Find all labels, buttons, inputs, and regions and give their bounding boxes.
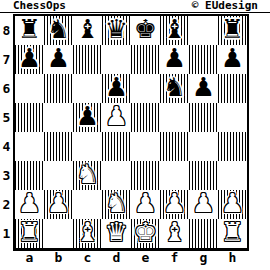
piece-white-pawn: ♟	[47, 190, 70, 218]
piece-black-bishop: ♝	[163, 16, 186, 44]
square-d4	[102, 132, 131, 161]
chess-board: ♜♞♝♛♚♝♜♟♟♟♟♟♞♟♟♟♞♟♟♞♟♟♟♟♜♝♛♚♝♜	[15, 16, 247, 248]
rank-label-6: 6	[0, 74, 13, 103]
square-a1: ♜	[15, 219, 44, 248]
rank-label-4: 4	[0, 132, 13, 161]
file-label-e: e	[131, 250, 160, 265]
square-d5: ♟	[102, 103, 131, 132]
app-title: ChessOps	[13, 0, 66, 11]
square-b8: ♞	[44, 16, 73, 45]
square-e6	[131, 74, 160, 103]
file-label-d: d	[102, 250, 131, 265]
square-a8: ♜	[15, 16, 44, 45]
piece-white-knight: ♞	[76, 161, 99, 189]
piece-white-pawn: ♟	[221, 190, 244, 218]
square-f8: ♝	[160, 16, 189, 45]
square-f1: ♝	[160, 219, 189, 248]
square-h8: ♜	[218, 16, 247, 45]
piece-white-pawn: ♟	[163, 190, 186, 218]
piece-white-pawn: ♟	[192, 190, 215, 218]
rank-labels: 87654321	[0, 16, 13, 248]
piece-black-bishop: ♝	[76, 16, 99, 44]
piece-white-king: ♚	[134, 219, 157, 247]
square-c7	[73, 45, 102, 74]
piece-black-knight: ♞	[163, 74, 186, 102]
square-a7: ♟	[15, 45, 44, 74]
square-h3	[218, 161, 247, 190]
piece-black-pawn: ♟	[163, 45, 186, 73]
square-g5	[189, 103, 218, 132]
square-c4	[73, 132, 102, 161]
square-g3	[189, 161, 218, 190]
file-label-a: a	[15, 250, 44, 265]
square-g8	[189, 16, 218, 45]
rank-label-7: 7	[0, 45, 13, 74]
piece-black-king: ♚	[134, 16, 157, 44]
square-h1: ♜	[218, 219, 247, 248]
piece-black-pawn: ♟	[47, 45, 70, 73]
square-b3	[44, 161, 73, 190]
piece-white-rook: ♜	[18, 219, 41, 247]
square-f5	[160, 103, 189, 132]
rank-label-8: 8	[0, 16, 13, 45]
square-b6	[44, 74, 73, 103]
square-b1	[44, 219, 73, 248]
copyright-notice: © EUdesign	[192, 0, 258, 11]
square-e2: ♟	[131, 190, 160, 219]
square-h7: ♟	[218, 45, 247, 74]
square-h5	[218, 103, 247, 132]
piece-white-bishop: ♝	[76, 219, 99, 247]
square-h6	[218, 74, 247, 103]
square-b4	[44, 132, 73, 161]
piece-black-rook: ♜	[18, 16, 41, 44]
square-g7	[189, 45, 218, 74]
rank-label-5: 5	[0, 103, 13, 132]
square-c5: ♟	[73, 103, 102, 132]
piece-black-pawn: ♟	[76, 103, 99, 131]
square-b2: ♟	[44, 190, 73, 219]
square-a5	[15, 103, 44, 132]
square-e1: ♚	[131, 219, 160, 248]
square-h4	[218, 132, 247, 161]
piece-white-pawn: ♟	[18, 190, 41, 218]
piece-white-knight: ♞	[105, 190, 128, 218]
file-label-f: f	[160, 250, 189, 265]
rank-label-3: 3	[0, 161, 13, 190]
piece-black-queen: ♛	[105, 16, 128, 44]
square-f7: ♟	[160, 45, 189, 74]
square-b7: ♟	[44, 45, 73, 74]
square-e4	[131, 132, 160, 161]
square-a3	[15, 161, 44, 190]
piece-black-pawn: ♟	[192, 74, 215, 102]
square-a4	[15, 132, 44, 161]
file-label-b: b	[44, 250, 73, 265]
square-g6: ♟	[189, 74, 218, 103]
chess-board-frame: ♜♞♝♛♚♝♜♟♟♟♟♟♞♟♟♟♞♟♟♞♟♟♟♟♜♝♛♚♝♜	[13, 14, 249, 251]
square-f6: ♞	[160, 74, 189, 103]
square-a2: ♟	[15, 190, 44, 219]
square-a6	[15, 74, 44, 103]
square-c3: ♞	[73, 161, 102, 190]
piece-black-pawn: ♟	[221, 45, 244, 73]
piece-white-pawn: ♟	[105, 103, 128, 131]
square-g1	[189, 219, 218, 248]
piece-black-rook: ♜	[221, 16, 244, 44]
square-c1: ♝	[73, 219, 102, 248]
piece-black-pawn: ♟	[105, 74, 128, 102]
square-e3	[131, 161, 160, 190]
square-e7	[131, 45, 160, 74]
square-c6	[73, 74, 102, 103]
square-d1: ♛	[102, 219, 131, 248]
header-bar: ChessOps © EUdesign	[0, 0, 270, 13]
square-c8: ♝	[73, 16, 102, 45]
square-b5	[44, 103, 73, 132]
square-f3	[160, 161, 189, 190]
file-label-h: h	[218, 250, 247, 265]
square-d6: ♟	[102, 74, 131, 103]
rank-label-2: 2	[0, 190, 13, 219]
piece-white-queen: ♛	[105, 219, 128, 247]
square-f4	[160, 132, 189, 161]
chessops-diagram-screen: ChessOps © EUdesign 87654321 ♜♞♝♛♚♝♜♟♟♟♟…	[0, 0, 270, 270]
square-c2	[73, 190, 102, 219]
file-labels: abcdefgh	[15, 250, 247, 264]
square-g2: ♟	[189, 190, 218, 219]
piece-black-knight: ♞	[47, 16, 70, 44]
square-e5	[131, 103, 160, 132]
piece-black-pawn: ♟	[18, 45, 41, 73]
square-d8: ♛	[102, 16, 131, 45]
piece-white-bishop: ♝	[163, 219, 186, 247]
file-label-c: c	[73, 250, 102, 265]
square-g4	[189, 132, 218, 161]
square-d2: ♞	[102, 190, 131, 219]
file-label-g: g	[189, 250, 218, 265]
square-h2: ♟	[218, 190, 247, 219]
square-f2: ♟	[160, 190, 189, 219]
square-d3	[102, 161, 131, 190]
piece-white-pawn: ♟	[134, 190, 157, 218]
square-d7	[102, 45, 131, 74]
rank-label-1: 1	[0, 219, 13, 248]
piece-white-rook: ♜	[221, 219, 244, 247]
square-e8: ♚	[131, 16, 160, 45]
